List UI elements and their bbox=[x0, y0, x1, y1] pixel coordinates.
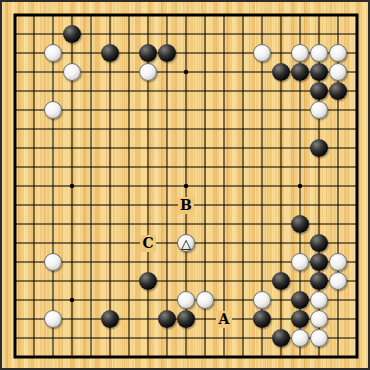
intersection-r9-c10[interactable] bbox=[196, 177, 215, 196]
intersection-r6-c8[interactable] bbox=[158, 120, 177, 139]
intersection-r8-c3[interactable] bbox=[63, 158, 82, 177]
intersection-r1-c1[interactable] bbox=[25, 25, 44, 44]
intersection-r14-c8[interactable] bbox=[158, 272, 177, 291]
intersection-r13-c11[interactable] bbox=[215, 253, 234, 272]
intersection-r14-c1[interactable] bbox=[25, 272, 44, 291]
intersection-r0-c17[interactable] bbox=[329, 6, 348, 25]
intersection-r3-c13[interactable] bbox=[253, 63, 272, 82]
intersection-r11-c7[interactable] bbox=[139, 215, 158, 234]
intersection-r2-c0[interactable] bbox=[6, 44, 25, 63]
intersection-r12-c14[interactable] bbox=[272, 234, 291, 253]
intersection-r10-c7[interactable] bbox=[139, 196, 158, 215]
intersection-r4-c3[interactable] bbox=[63, 82, 82, 101]
intersection-r15-c15[interactable] bbox=[291, 291, 310, 310]
intersection-r6-c15[interactable] bbox=[291, 120, 310, 139]
intersection-r16-c5[interactable] bbox=[101, 310, 120, 329]
intersection-r6-c11[interactable] bbox=[215, 120, 234, 139]
intersection-r14-c2[interactable] bbox=[44, 272, 63, 291]
intersection-r16-c18[interactable] bbox=[348, 310, 367, 329]
intersection-r14-c4[interactable] bbox=[82, 272, 101, 291]
intersection-r2-c4[interactable] bbox=[82, 44, 101, 63]
intersection-r5-c18[interactable] bbox=[348, 101, 367, 120]
intersection-r3-c11[interactable] bbox=[215, 63, 234, 82]
intersection-r4-c9[interactable] bbox=[177, 82, 196, 101]
intersection-r1-c2[interactable] bbox=[44, 25, 63, 44]
intersection-r9-c9[interactable] bbox=[177, 177, 196, 196]
intersection-r7-c9[interactable] bbox=[177, 139, 196, 158]
intersection-r4-c14[interactable] bbox=[272, 82, 291, 101]
intersection-r9-c16[interactable] bbox=[310, 177, 329, 196]
intersection-r14-c16[interactable] bbox=[310, 272, 329, 291]
intersection-r17-c1[interactable] bbox=[25, 329, 44, 348]
intersection-r7-c7[interactable] bbox=[139, 139, 158, 158]
intersection-r2-c3[interactable] bbox=[63, 44, 82, 63]
intersection-r11-c15[interactable] bbox=[291, 215, 310, 234]
intersection-r5-c1[interactable] bbox=[25, 101, 44, 120]
intersection-r0-c1[interactable] bbox=[25, 6, 44, 25]
intersection-r1-c18[interactable] bbox=[348, 25, 367, 44]
intersection-r4-c17[interactable] bbox=[329, 82, 348, 101]
intersection-r2-c7[interactable] bbox=[139, 44, 158, 63]
intersection-r15-c4[interactable] bbox=[82, 291, 101, 310]
intersection-r8-c9[interactable] bbox=[177, 158, 196, 177]
intersection-r17-c9[interactable] bbox=[177, 329, 196, 348]
intersection-r7-c16[interactable] bbox=[310, 139, 329, 158]
intersection-r4-c10[interactable] bbox=[196, 82, 215, 101]
intersection-r7-c4[interactable] bbox=[82, 139, 101, 158]
intersection-r12-c18[interactable] bbox=[348, 234, 367, 253]
intersection-r15-c12[interactable] bbox=[234, 291, 253, 310]
intersection-r14-c14[interactable] bbox=[272, 272, 291, 291]
intersection-r6-c10[interactable] bbox=[196, 120, 215, 139]
intersection-r11-c1[interactable] bbox=[25, 215, 44, 234]
intersection-r15-c16[interactable] bbox=[310, 291, 329, 310]
intersection-r7-c15[interactable] bbox=[291, 139, 310, 158]
intersection-r10-c12[interactable] bbox=[234, 196, 253, 215]
intersection-r9-c2[interactable] bbox=[44, 177, 63, 196]
intersection-r12-c7[interactable]: C bbox=[139, 234, 158, 253]
intersection-r13-c5[interactable] bbox=[101, 253, 120, 272]
intersection-r18-c0[interactable] bbox=[6, 348, 25, 367]
intersection-r5-c7[interactable] bbox=[139, 101, 158, 120]
intersection-r0-c7[interactable] bbox=[139, 6, 158, 25]
intersection-r18-c13[interactable] bbox=[253, 348, 272, 367]
intersection-r2-c6[interactable] bbox=[120, 44, 139, 63]
intersection-r16-c16[interactable] bbox=[310, 310, 329, 329]
intersection-r14-c12[interactable] bbox=[234, 272, 253, 291]
intersection-r10-c1[interactable] bbox=[25, 196, 44, 215]
intersection-r9-c4[interactable] bbox=[82, 177, 101, 196]
intersection-r18-c12[interactable] bbox=[234, 348, 253, 367]
intersection-r11-c11[interactable] bbox=[215, 215, 234, 234]
intersection-r0-c10[interactable] bbox=[196, 6, 215, 25]
intersection-r15-c14[interactable] bbox=[272, 291, 291, 310]
intersection-r8-c0[interactable] bbox=[6, 158, 25, 177]
intersection-r15-c18[interactable] bbox=[348, 291, 367, 310]
intersection-r15-c2[interactable] bbox=[44, 291, 63, 310]
intersection-r4-c4[interactable] bbox=[82, 82, 101, 101]
intersection-r5-c13[interactable] bbox=[253, 101, 272, 120]
intersection-r8-c1[interactable] bbox=[25, 158, 44, 177]
intersection-r7-c14[interactable] bbox=[272, 139, 291, 158]
intersection-r10-c18[interactable] bbox=[348, 196, 367, 215]
intersection-r13-c9[interactable] bbox=[177, 253, 196, 272]
intersection-r1-c7[interactable] bbox=[139, 25, 158, 44]
intersection-r3-c18[interactable] bbox=[348, 63, 367, 82]
intersection-r3-c1[interactable] bbox=[25, 63, 44, 82]
intersection-r4-c16[interactable] bbox=[310, 82, 329, 101]
intersection-r18-c17[interactable] bbox=[329, 348, 348, 367]
intersection-r10-c3[interactable] bbox=[63, 196, 82, 215]
intersection-r1-c14[interactable] bbox=[272, 25, 291, 44]
intersection-r13-c2[interactable] bbox=[44, 253, 63, 272]
intersection-r4-c2[interactable] bbox=[44, 82, 63, 101]
intersection-r10-c9[interactable]: B bbox=[177, 196, 196, 215]
intersection-r12-c2[interactable] bbox=[44, 234, 63, 253]
intersection-r15-c6[interactable] bbox=[120, 291, 139, 310]
intersection-r15-c11[interactable] bbox=[215, 291, 234, 310]
intersection-r7-c6[interactable] bbox=[120, 139, 139, 158]
intersection-r11-c14[interactable] bbox=[272, 215, 291, 234]
intersection-r17-c18[interactable] bbox=[348, 329, 367, 348]
intersection-r12-c1[interactable] bbox=[25, 234, 44, 253]
intersection-r1-c9[interactable] bbox=[177, 25, 196, 44]
intersection-r15-c17[interactable] bbox=[329, 291, 348, 310]
intersection-r18-c5[interactable] bbox=[101, 348, 120, 367]
intersection-r6-c17[interactable] bbox=[329, 120, 348, 139]
intersection-r12-c3[interactable] bbox=[63, 234, 82, 253]
intersection-r16-c0[interactable] bbox=[6, 310, 25, 329]
intersection-r5-c11[interactable] bbox=[215, 101, 234, 120]
intersection-r16-c2[interactable] bbox=[44, 310, 63, 329]
intersection-r3-c17[interactable] bbox=[329, 63, 348, 82]
intersection-r17-c2[interactable] bbox=[44, 329, 63, 348]
intersection-r8-c17[interactable] bbox=[329, 158, 348, 177]
intersection-r17-c7[interactable] bbox=[139, 329, 158, 348]
intersection-r9-c7[interactable] bbox=[139, 177, 158, 196]
intersection-r17-c5[interactable] bbox=[101, 329, 120, 348]
intersection-r9-c0[interactable] bbox=[6, 177, 25, 196]
intersection-r8-c7[interactable] bbox=[139, 158, 158, 177]
intersection-r15-c0[interactable] bbox=[6, 291, 25, 310]
intersection-r11-c2[interactable] bbox=[44, 215, 63, 234]
intersection-r2-c11[interactable] bbox=[215, 44, 234, 63]
intersection-r1-c10[interactable] bbox=[196, 25, 215, 44]
intersection-r10-c11[interactable] bbox=[215, 196, 234, 215]
intersection-r5-c9[interactable] bbox=[177, 101, 196, 120]
intersection-r6-c7[interactable] bbox=[139, 120, 158, 139]
intersection-r2-c2[interactable] bbox=[44, 44, 63, 63]
intersection-r1-c4[interactable] bbox=[82, 25, 101, 44]
intersection-r16-c6[interactable] bbox=[120, 310, 139, 329]
intersection-r2-c15[interactable] bbox=[291, 44, 310, 63]
intersection-r4-c8[interactable] bbox=[158, 82, 177, 101]
intersection-r3-c16[interactable] bbox=[310, 63, 329, 82]
intersection-r0-c2[interactable] bbox=[44, 6, 63, 25]
intersection-r9-c11[interactable] bbox=[215, 177, 234, 196]
intersection-r3-c12[interactable] bbox=[234, 63, 253, 82]
intersection-r15-c3[interactable] bbox=[63, 291, 82, 310]
intersection-r8-c14[interactable] bbox=[272, 158, 291, 177]
intersection-r6-c6[interactable] bbox=[120, 120, 139, 139]
intersection-r0-c8[interactable] bbox=[158, 6, 177, 25]
intersection-r16-c14[interactable] bbox=[272, 310, 291, 329]
intersection-r0-c6[interactable] bbox=[120, 6, 139, 25]
intersection-r5-c0[interactable] bbox=[6, 101, 25, 120]
intersection-r11-c16[interactable] bbox=[310, 215, 329, 234]
intersection-r9-c14[interactable] bbox=[272, 177, 291, 196]
intersection-r5-c5[interactable] bbox=[101, 101, 120, 120]
intersection-r6-c13[interactable] bbox=[253, 120, 272, 139]
intersection-r8-c2[interactable] bbox=[44, 158, 63, 177]
intersection-r12-c5[interactable] bbox=[101, 234, 120, 253]
intersection-r8-c5[interactable] bbox=[101, 158, 120, 177]
intersection-r15-c8[interactable] bbox=[158, 291, 177, 310]
intersection-r12-c17[interactable] bbox=[329, 234, 348, 253]
intersection-r18-c11[interactable] bbox=[215, 348, 234, 367]
intersection-r3-c6[interactable] bbox=[120, 63, 139, 82]
intersection-r14-c11[interactable] bbox=[215, 272, 234, 291]
intersection-r18-c18[interactable] bbox=[348, 348, 367, 367]
intersection-r8-c4[interactable] bbox=[82, 158, 101, 177]
intersection-r7-c8[interactable] bbox=[158, 139, 177, 158]
intersection-r16-c13[interactable] bbox=[253, 310, 272, 329]
intersection-r15-c9[interactable] bbox=[177, 291, 196, 310]
intersection-r8-c10[interactable] bbox=[196, 158, 215, 177]
intersection-r11-c3[interactable] bbox=[63, 215, 82, 234]
intersection-r18-c7[interactable] bbox=[139, 348, 158, 367]
intersection-r7-c12[interactable] bbox=[234, 139, 253, 158]
intersection-r6-c5[interactable] bbox=[101, 120, 120, 139]
intersection-r18-c6[interactable] bbox=[120, 348, 139, 367]
intersection-r5-c8[interactable] bbox=[158, 101, 177, 120]
intersection-r3-c14[interactable] bbox=[272, 63, 291, 82]
intersection-r5-c6[interactable] bbox=[120, 101, 139, 120]
intersection-r17-c10[interactable] bbox=[196, 329, 215, 348]
intersection-r8-c18[interactable] bbox=[348, 158, 367, 177]
intersection-r17-c8[interactable] bbox=[158, 329, 177, 348]
intersection-r13-c4[interactable] bbox=[82, 253, 101, 272]
intersection-r5-c2[interactable] bbox=[44, 101, 63, 120]
intersection-r3-c3[interactable] bbox=[63, 63, 82, 82]
intersection-r14-c9[interactable] bbox=[177, 272, 196, 291]
intersection-r16-c9[interactable] bbox=[177, 310, 196, 329]
intersection-r8-c13[interactable] bbox=[253, 158, 272, 177]
intersection-r12-c10[interactable] bbox=[196, 234, 215, 253]
intersection-r13-c18[interactable] bbox=[348, 253, 367, 272]
intersection-r3-c10[interactable] bbox=[196, 63, 215, 82]
intersection-r1-c11[interactable] bbox=[215, 25, 234, 44]
intersection-r9-c15[interactable] bbox=[291, 177, 310, 196]
intersection-r14-c17[interactable] bbox=[329, 272, 348, 291]
intersection-r16-c11[interactable]: A bbox=[215, 310, 234, 329]
intersection-r17-c15[interactable] bbox=[291, 329, 310, 348]
intersection-r16-c10[interactable] bbox=[196, 310, 215, 329]
intersection-r6-c18[interactable] bbox=[348, 120, 367, 139]
intersection-r13-c3[interactable] bbox=[63, 253, 82, 272]
intersection-r6-c4[interactable] bbox=[82, 120, 101, 139]
intersection-r1-c12[interactable] bbox=[234, 25, 253, 44]
intersection-r0-c3[interactable] bbox=[63, 6, 82, 25]
intersection-r15-c5[interactable] bbox=[101, 291, 120, 310]
intersection-r13-c12[interactable] bbox=[234, 253, 253, 272]
intersection-r11-c10[interactable] bbox=[196, 215, 215, 234]
intersection-r6-c12[interactable] bbox=[234, 120, 253, 139]
intersection-r16-c12[interactable] bbox=[234, 310, 253, 329]
intersection-r7-c11[interactable] bbox=[215, 139, 234, 158]
intersection-r10-c10[interactable] bbox=[196, 196, 215, 215]
intersection-r7-c5[interactable] bbox=[101, 139, 120, 158]
intersection-r15-c13[interactable] bbox=[253, 291, 272, 310]
intersection-r13-c6[interactable] bbox=[120, 253, 139, 272]
intersection-r3-c15[interactable] bbox=[291, 63, 310, 82]
intersection-r18-c1[interactable] bbox=[25, 348, 44, 367]
intersection-r12-c12[interactable] bbox=[234, 234, 253, 253]
intersection-r15-c10[interactable] bbox=[196, 291, 215, 310]
intersection-r17-c11[interactable] bbox=[215, 329, 234, 348]
intersection-r2-c12[interactable] bbox=[234, 44, 253, 63]
intersection-r11-c9[interactable] bbox=[177, 215, 196, 234]
intersection-r17-c6[interactable] bbox=[120, 329, 139, 348]
intersection-r4-c7[interactable] bbox=[139, 82, 158, 101]
intersection-r11-c0[interactable] bbox=[6, 215, 25, 234]
intersection-r2-c10[interactable] bbox=[196, 44, 215, 63]
intersection-r3-c8[interactable] bbox=[158, 63, 177, 82]
intersection-r16-c1[interactable] bbox=[25, 310, 44, 329]
intersection-r18-c16[interactable] bbox=[310, 348, 329, 367]
intersection-r3-c0[interactable] bbox=[6, 63, 25, 82]
intersection-r2-c16[interactable] bbox=[310, 44, 329, 63]
intersection-r14-c15[interactable] bbox=[291, 272, 310, 291]
intersection-r10-c16[interactable] bbox=[310, 196, 329, 215]
intersection-r3-c2[interactable] bbox=[44, 63, 63, 82]
intersection-r0-c18[interactable] bbox=[348, 6, 367, 25]
intersection-r3-c9[interactable] bbox=[177, 63, 196, 82]
intersection-r14-c6[interactable] bbox=[120, 272, 139, 291]
intersection-r4-c5[interactable] bbox=[101, 82, 120, 101]
intersection-r10-c8[interactable] bbox=[158, 196, 177, 215]
intersection-r12-c9[interactable]: △ bbox=[177, 234, 196, 253]
intersection-r2-c8[interactable] bbox=[158, 44, 177, 63]
intersection-r13-c8[interactable] bbox=[158, 253, 177, 272]
intersection-r17-c12[interactable] bbox=[234, 329, 253, 348]
intersection-r13-c16[interactable] bbox=[310, 253, 329, 272]
intersection-r11-c13[interactable] bbox=[253, 215, 272, 234]
intersection-r5-c12[interactable] bbox=[234, 101, 253, 120]
intersection-r4-c18[interactable] bbox=[348, 82, 367, 101]
intersection-r12-c0[interactable] bbox=[6, 234, 25, 253]
intersection-r5-c3[interactable] bbox=[63, 101, 82, 120]
intersection-r3-c5[interactable] bbox=[101, 63, 120, 82]
intersection-r5-c15[interactable] bbox=[291, 101, 310, 120]
intersection-r16-c4[interactable] bbox=[82, 310, 101, 329]
intersection-r7-c13[interactable] bbox=[253, 139, 272, 158]
intersection-r6-c0[interactable] bbox=[6, 120, 25, 139]
intersection-r5-c4[interactable] bbox=[82, 101, 101, 120]
intersection-r16-c3[interactable] bbox=[63, 310, 82, 329]
intersection-r1-c0[interactable] bbox=[6, 25, 25, 44]
intersection-r18-c2[interactable] bbox=[44, 348, 63, 367]
intersection-r11-c17[interactable] bbox=[329, 215, 348, 234]
intersection-r6-c3[interactable] bbox=[63, 120, 82, 139]
intersection-r10-c0[interactable] bbox=[6, 196, 25, 215]
intersection-r10-c6[interactable] bbox=[120, 196, 139, 215]
intersection-r5-c10[interactable] bbox=[196, 101, 215, 120]
intersection-r0-c4[interactable] bbox=[82, 6, 101, 25]
intersection-r17-c17[interactable] bbox=[329, 329, 348, 348]
intersection-r0-c16[interactable] bbox=[310, 6, 329, 25]
intersection-r14-c10[interactable] bbox=[196, 272, 215, 291]
intersection-r5-c16[interactable] bbox=[310, 101, 329, 120]
intersection-r11-c8[interactable] bbox=[158, 215, 177, 234]
intersection-r13-c14[interactable] bbox=[272, 253, 291, 272]
intersection-r9-c1[interactable] bbox=[25, 177, 44, 196]
intersection-r16-c17[interactable] bbox=[329, 310, 348, 329]
intersection-r1-c3[interactable] bbox=[63, 25, 82, 44]
intersection-r2-c5[interactable] bbox=[101, 44, 120, 63]
intersection-r0-c15[interactable] bbox=[291, 6, 310, 25]
intersection-r14-c18[interactable] bbox=[348, 272, 367, 291]
intersection-r17-c4[interactable] bbox=[82, 329, 101, 348]
intersection-r7-c3[interactable] bbox=[63, 139, 82, 158]
intersection-r16-c15[interactable] bbox=[291, 310, 310, 329]
intersection-r12-c15[interactable] bbox=[291, 234, 310, 253]
intersection-r15-c1[interactable] bbox=[25, 291, 44, 310]
intersection-r10-c2[interactable] bbox=[44, 196, 63, 215]
intersection-r9-c17[interactable] bbox=[329, 177, 348, 196]
intersection-r7-c0[interactable] bbox=[6, 139, 25, 158]
intersection-r16-c7[interactable] bbox=[139, 310, 158, 329]
intersection-r10-c13[interactable] bbox=[253, 196, 272, 215]
intersection-r10-c15[interactable] bbox=[291, 196, 310, 215]
intersection-r9-c3[interactable] bbox=[63, 177, 82, 196]
intersection-r17-c16[interactable] bbox=[310, 329, 329, 348]
intersection-r4-c1[interactable] bbox=[25, 82, 44, 101]
intersection-r14-c13[interactable] bbox=[253, 272, 272, 291]
intersection-r12-c6[interactable] bbox=[120, 234, 139, 253]
intersection-r2-c17[interactable] bbox=[329, 44, 348, 63]
intersection-r0-c13[interactable] bbox=[253, 6, 272, 25]
intersection-r12-c8[interactable] bbox=[158, 234, 177, 253]
intersection-r18-c10[interactable] bbox=[196, 348, 215, 367]
intersection-r2-c14[interactable] bbox=[272, 44, 291, 63]
intersection-r0-c11[interactable] bbox=[215, 6, 234, 25]
intersection-r4-c0[interactable] bbox=[6, 82, 25, 101]
intersection-r10-c4[interactable] bbox=[82, 196, 101, 215]
intersection-r9-c8[interactable] bbox=[158, 177, 177, 196]
intersection-r8-c8[interactable] bbox=[158, 158, 177, 177]
intersection-r6-c2[interactable] bbox=[44, 120, 63, 139]
intersection-r9-c13[interactable] bbox=[253, 177, 272, 196]
intersection-r7-c2[interactable] bbox=[44, 139, 63, 158]
intersection-r13-c17[interactable] bbox=[329, 253, 348, 272]
intersection-r7-c10[interactable] bbox=[196, 139, 215, 158]
intersection-r12-c11[interactable] bbox=[215, 234, 234, 253]
intersection-r11-c5[interactable] bbox=[101, 215, 120, 234]
intersection-r0-c12[interactable] bbox=[234, 6, 253, 25]
intersection-r17-c3[interactable] bbox=[63, 329, 82, 348]
intersection-r9-c6[interactable] bbox=[120, 177, 139, 196]
intersection-r1-c13[interactable] bbox=[253, 25, 272, 44]
intersection-r2-c1[interactable] bbox=[25, 44, 44, 63]
intersection-r0-c5[interactable] bbox=[101, 6, 120, 25]
intersection-r6-c9[interactable] bbox=[177, 120, 196, 139]
intersection-r18-c9[interactable] bbox=[177, 348, 196, 367]
intersection-r1-c17[interactable] bbox=[329, 25, 348, 44]
intersection-r18-c3[interactable] bbox=[63, 348, 82, 367]
intersection-r4-c13[interactable] bbox=[253, 82, 272, 101]
intersection-r16-c8[interactable] bbox=[158, 310, 177, 329]
